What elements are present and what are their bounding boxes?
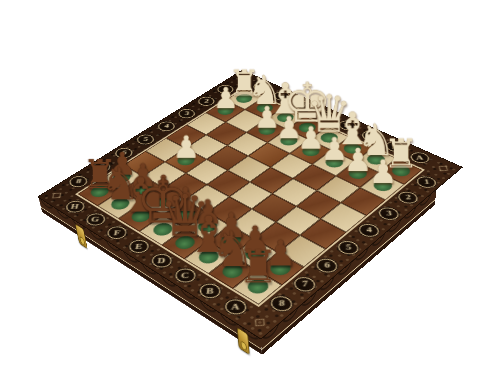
playing-field: ♜♞♝♛♚♝♞♜♟♟♟♟♟♟♟♟♟♟♟♟♟♟♟♟♜♞♝♛♚♝♞♜ [75,87,425,307]
square-c4 [273,179,317,206]
board-frame: ABCDEFGH ABCDEFGH 87654321 87654321 ♜♞♝♛… [38,70,461,338]
brass-latch-1 [237,327,250,355]
product-photo-scene: ABCDEFGH ABCDEFGH 87654321 87654321 ♜♞♝♛… [0,0,500,375]
chess-board-box: ABCDEFGH ABCDEFGH 87654321 87654321 ♜♞♝♛… [38,70,461,338]
